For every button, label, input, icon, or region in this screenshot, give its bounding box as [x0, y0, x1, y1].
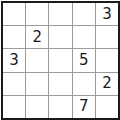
cell-empty-r1c3[interactable] — [49, 3, 71, 25]
cell-empty-r1c1[interactable] — [3, 3, 25, 25]
cell-empty-r2c4[interactable] — [73, 26, 95, 48]
cell-empty-r3c3[interactable] — [49, 49, 71, 71]
puzzle-board: 323527 — [1, 1, 120, 120]
cell-given-r3c4[interactable]: 5 — [73, 49, 95, 71]
cell-empty-r1c2[interactable] — [26, 3, 48, 25]
cell-given-r3c1[interactable]: 3 — [3, 49, 25, 71]
cell-empty-r4c3[interactable] — [49, 73, 71, 95]
cell-given-r2c2[interactable]: 2 — [26, 26, 48, 48]
cell-empty-r5c5[interactable] — [96, 96, 118, 118]
cell-empty-r4c2[interactable] — [26, 73, 48, 95]
cell-empty-r2c3[interactable] — [49, 26, 71, 48]
cell-empty-r5c2[interactable] — [26, 96, 48, 118]
cell-empty-r2c5[interactable] — [96, 26, 118, 48]
cell-empty-r4c1[interactable] — [3, 73, 25, 95]
cell-empty-r4c4[interactable] — [73, 73, 95, 95]
cell-given-r5c4[interactable]: 7 — [73, 96, 95, 118]
cell-empty-r3c2[interactable] — [26, 49, 48, 71]
cell-empty-r5c1[interactable] — [3, 96, 25, 118]
cell-given-r4c5[interactable]: 2 — [96, 73, 118, 95]
cell-empty-r3c5[interactable] — [96, 49, 118, 71]
cell-empty-r2c1[interactable] — [3, 26, 25, 48]
cell-given-r1c5[interactable]: 3 — [96, 3, 118, 25]
cell-empty-r5c3[interactable] — [49, 96, 71, 118]
cell-empty-r1c4[interactable] — [73, 3, 95, 25]
